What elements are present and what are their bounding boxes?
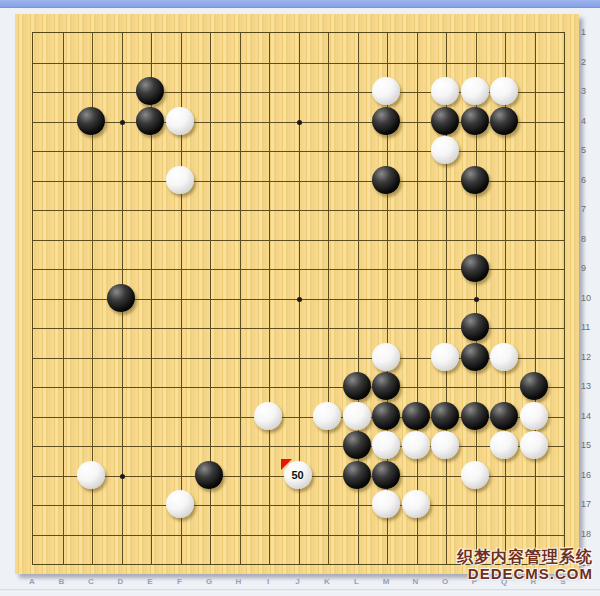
column-label-A: A [24, 577, 40, 586]
star-point [474, 297, 479, 302]
row-label-14: 14 [581, 411, 597, 421]
row-label-8: 8 [581, 234, 597, 244]
stone-black-L16 [343, 461, 371, 489]
star-point [120, 474, 125, 479]
last-move-marker-icon [281, 459, 292, 470]
column-label-B: B [54, 577, 70, 586]
row-label-1: 1 [581, 27, 597, 37]
watermark-line2: DEDECMS.COM [457, 566, 593, 583]
row-label-10: 10 [581, 293, 597, 303]
column-label-M: M [378, 577, 394, 586]
stone-white-L14 [343, 402, 371, 430]
row-label-15: 15 [581, 440, 597, 450]
row-label-6: 6 [581, 175, 597, 185]
stone-black-M14 [372, 402, 400, 430]
stone-black-P12 [461, 343, 489, 371]
stone-black-P11 [461, 313, 489, 341]
stone-black-L15 [343, 431, 371, 459]
stone-black-Q4 [490, 107, 518, 135]
stone-white-M3 [372, 77, 400, 105]
stone-black-O14 [431, 402, 459, 430]
stone-black-L13 [343, 372, 371, 400]
stone-white-Q15 [490, 431, 518, 459]
row-label-9: 9 [581, 263, 597, 273]
stone-white-N15 [402, 431, 430, 459]
grid-line-horizontal [33, 505, 564, 506]
row-label-16: 16 [581, 470, 597, 480]
stone-white-R15 [520, 431, 548, 459]
column-label-H: H [231, 577, 247, 586]
stone-black-M4 [372, 107, 400, 135]
stone-black-N14 [402, 402, 430, 430]
stone-white-P3 [461, 77, 489, 105]
stone-white-F6 [166, 166, 194, 194]
watermark: 织梦内容管理系统 DEDECMS.COM [457, 548, 593, 582]
stone-white-F4 [166, 107, 194, 135]
stone-white-R14 [520, 402, 548, 430]
stone-black-M6 [372, 166, 400, 194]
column-label-L: L [349, 577, 365, 586]
stone-white-O15 [431, 431, 459, 459]
stone-white-O12 [431, 343, 459, 371]
row-label-17: 17 [581, 499, 597, 509]
stone-black-E3 [136, 77, 164, 105]
stone-black-P6 [461, 166, 489, 194]
column-label-F: F [172, 577, 188, 586]
watermark-line1: 织梦内容管理系统 [457, 548, 593, 566]
stone-white-Q3 [490, 77, 518, 105]
row-label-2: 2 [581, 57, 597, 67]
grid-line-vertical [417, 33, 418, 564]
grid-line-vertical [535, 33, 536, 564]
row-label-7: 7 [581, 204, 597, 214]
stone-white-I14 [254, 402, 282, 430]
column-label-J: J [290, 577, 306, 586]
row-label-3: 3 [581, 86, 597, 96]
stone-white-Q12 [490, 343, 518, 371]
row-label-18: 18 [581, 529, 597, 539]
stone-black-O4 [431, 107, 459, 135]
stone-black-D10 [107, 284, 135, 312]
top-scrollbar[interactable] [0, 0, 600, 8]
star-point [297, 120, 302, 125]
stone-white-P16 [461, 461, 489, 489]
grid-line-horizontal [33, 387, 564, 388]
stone-black-Q14 [490, 402, 518, 430]
stone-black-R13 [520, 372, 548, 400]
stone-white-K14 [313, 402, 341, 430]
column-label-C: C [83, 577, 99, 586]
column-label-D: D [113, 577, 129, 586]
column-label-N: N [408, 577, 424, 586]
stone-white-C16 [77, 461, 105, 489]
stone-black-P14 [461, 402, 489, 430]
bottom-divider [0, 589, 600, 592]
stone-white-M15 [372, 431, 400, 459]
stone-white-O3 [431, 77, 459, 105]
grid-line-vertical [328, 33, 329, 564]
stone-black-P4 [461, 107, 489, 135]
column-label-O: O [437, 577, 453, 586]
row-label-12: 12 [581, 352, 597, 362]
stone-black-M13 [372, 372, 400, 400]
stone-black-M16 [372, 461, 400, 489]
stone-white-F17 [166, 490, 194, 518]
stone-white-O5 [431, 136, 459, 164]
stone-white-M12 [372, 343, 400, 371]
stone-black-P9 [461, 254, 489, 282]
row-label-11: 11 [581, 322, 597, 332]
stone-black-E4 [136, 107, 164, 135]
star-point [120, 120, 125, 125]
column-label-K: K [319, 577, 335, 586]
go-board[interactable]: 50 [15, 14, 579, 574]
stone-black-G16 [195, 461, 223, 489]
grid-line-horizontal [33, 446, 564, 447]
grid-line-horizontal [33, 535, 564, 536]
stone-white-N17 [402, 490, 430, 518]
row-label-13: 13 [581, 381, 597, 391]
row-label-5: 5 [581, 145, 597, 155]
column-label-E: E [142, 577, 158, 586]
column-label-I: I [260, 577, 276, 586]
column-label-G: G [201, 577, 217, 586]
stone-black-C4 [77, 107, 105, 135]
star-point [297, 297, 302, 302]
stone-white-M17 [372, 490, 400, 518]
row-label-4: 4 [581, 116, 597, 126]
